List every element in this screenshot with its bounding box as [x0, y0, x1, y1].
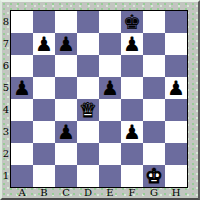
square-a6[interactable]: [11, 55, 33, 77]
square-c2[interactable]: [55, 143, 77, 165]
chess-board: ♚♟♟♟♟♟♟♛♟♟♚: [10, 10, 188, 188]
square-c1[interactable]: [55, 165, 77, 187]
square-d6[interactable]: [77, 55, 99, 77]
square-b4[interactable]: [33, 99, 55, 121]
square-g2[interactable]: [143, 143, 165, 165]
rank-label-3: 3: [2, 121, 10, 143]
piece-black-pawn-c3[interactable]: ♟: [55, 121, 77, 143]
file-label-g: G: [143, 187, 165, 199]
file-label-a: A: [11, 187, 33, 199]
square-c4[interactable]: [55, 99, 77, 121]
square-a3[interactable]: [11, 121, 33, 143]
piece-black-pawn-b7[interactable]: ♟: [33, 33, 55, 55]
square-b1[interactable]: [33, 165, 55, 187]
square-f6[interactable]: [121, 55, 143, 77]
rank-label-6: 6: [2, 55, 10, 77]
square-e8[interactable]: [99, 11, 121, 33]
square-e6[interactable]: [99, 55, 121, 77]
square-a8[interactable]: [11, 11, 33, 33]
square-h4[interactable]: [165, 99, 187, 121]
piece-white-queen-d4[interactable]: ♛: [77, 99, 99, 121]
rank-label-2: 2: [2, 143, 10, 165]
square-e7[interactable]: [99, 33, 121, 55]
square-b5[interactable]: [33, 77, 55, 99]
piece-black-pawn-c7[interactable]: ♟: [55, 33, 77, 55]
square-h2[interactable]: [165, 143, 187, 165]
square-d1[interactable]: [77, 165, 99, 187]
file-label-e: E: [99, 187, 121, 199]
file-label-b: B: [33, 187, 55, 199]
square-b6[interactable]: [33, 55, 55, 77]
square-b8[interactable]: [33, 11, 55, 33]
square-a1[interactable]: [11, 165, 33, 187]
square-b2[interactable]: [33, 143, 55, 165]
square-e4[interactable]: [99, 99, 121, 121]
square-c6[interactable]: [55, 55, 77, 77]
rank-label-8: 8: [2, 11, 10, 33]
rank-label-1: 1: [2, 165, 10, 187]
piece-black-pawn-e5[interactable]: ♟: [99, 77, 121, 99]
square-f5[interactable]: [121, 77, 143, 99]
square-d7[interactable]: [77, 33, 99, 55]
file-label-d: D: [77, 187, 99, 199]
square-h1[interactable]: [165, 165, 187, 187]
piece-white-king-g1[interactable]: ♚: [143, 165, 165, 187]
square-f2[interactable]: [121, 143, 143, 165]
file-label-h: H: [165, 187, 187, 199]
square-b3[interactable]: [33, 121, 55, 143]
square-a4[interactable]: [11, 99, 33, 121]
piece-black-king-f8[interactable]: ♚: [121, 11, 143, 33]
square-e3[interactable]: [99, 121, 121, 143]
file-label-c: C: [55, 187, 77, 199]
square-g5[interactable]: [143, 77, 165, 99]
square-d3[interactable]: [77, 121, 99, 143]
square-g6[interactable]: [143, 55, 165, 77]
square-e2[interactable]: [99, 143, 121, 165]
piece-black-pawn-a5[interactable]: ♟: [11, 77, 33, 99]
square-d5[interactable]: [77, 77, 99, 99]
square-d8[interactable]: [77, 11, 99, 33]
rank-label-5: 5: [2, 77, 10, 99]
file-label-f: F: [121, 187, 143, 199]
square-e1[interactable]: [99, 165, 121, 187]
square-a2[interactable]: [11, 143, 33, 165]
square-h3[interactable]: [165, 121, 187, 143]
piece-black-pawn-f7[interactable]: ♟: [121, 33, 143, 55]
square-c5[interactable]: [55, 77, 77, 99]
square-g8[interactable]: [143, 11, 165, 33]
square-g7[interactable]: [143, 33, 165, 55]
piece-black-pawn-f3[interactable]: ♟: [121, 121, 143, 143]
rank-label-7: 7: [2, 33, 10, 55]
piece-black-pawn-h5[interactable]: ♟: [165, 77, 187, 99]
square-g3[interactable]: [143, 121, 165, 143]
rank-label-4: 4: [2, 99, 10, 121]
square-h8[interactable]: [165, 11, 187, 33]
square-f4[interactable]: [121, 99, 143, 121]
square-g4[interactable]: [143, 99, 165, 121]
square-f1[interactable]: [121, 165, 143, 187]
square-c8[interactable]: [55, 11, 77, 33]
square-h6[interactable]: [165, 55, 187, 77]
square-a7[interactable]: [11, 33, 33, 55]
square-h7[interactable]: [165, 33, 187, 55]
chess-board-frame: ♚♟♟♟♟♟♟♛♟♟♚ 87654321ABCDEFGH: [0, 0, 200, 200]
square-d2[interactable]: [77, 143, 99, 165]
